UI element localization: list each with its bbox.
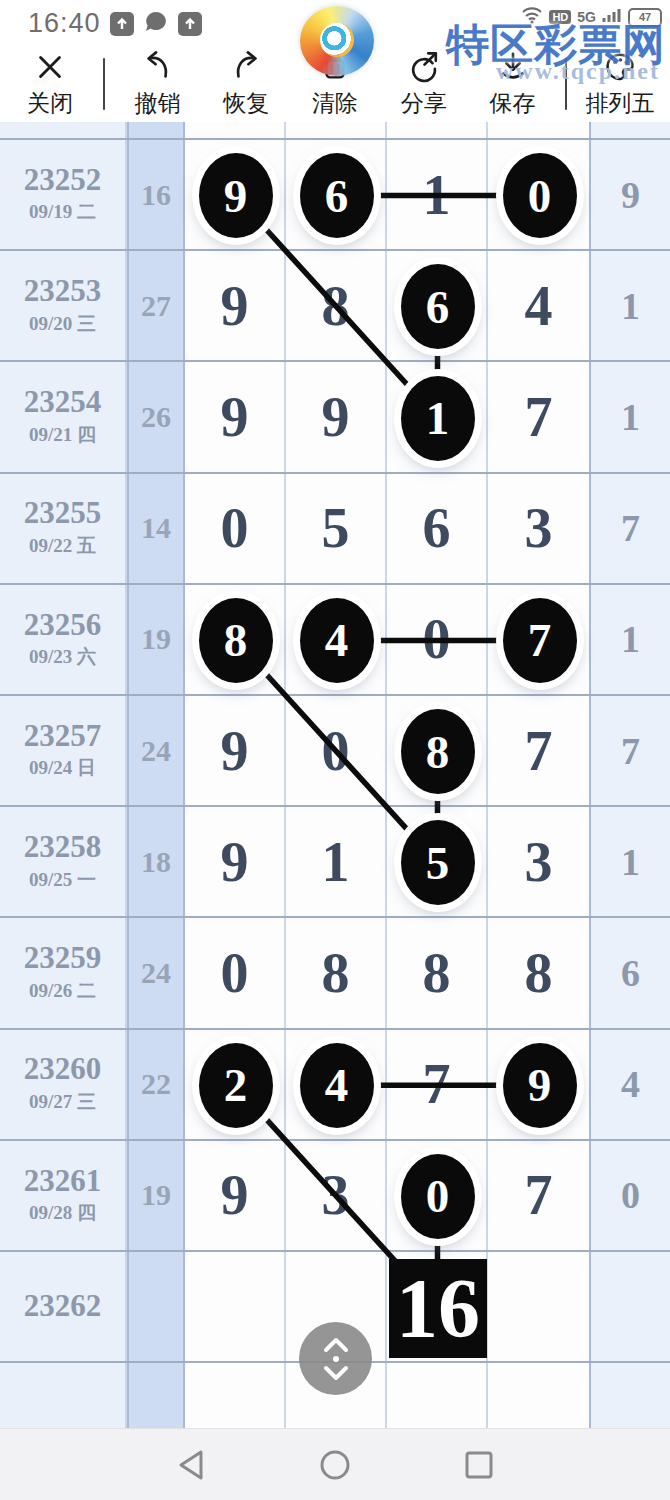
digit-value: 9: [221, 830, 249, 894]
digit-mark-circle[interactable]: 9: [199, 153, 273, 238]
digit-mark-circle[interactable]: 0: [401, 1154, 475, 1239]
digit-cell[interactable]: 1: [387, 140, 488, 249]
draw-date: 09/24 日: [29, 755, 96, 781]
fifth-digit-cell: [591, 122, 670, 138]
sum-cell: 22: [127, 1030, 185, 1139]
digit-cell[interactable]: [488, 122, 591, 138]
fifth-digit-value: 4: [621, 1062, 640, 1106]
digit-mark-circle[interactable]: 6: [401, 264, 475, 349]
sum-cell: 16: [127, 140, 185, 249]
marked-digit-value: 0: [426, 1169, 450, 1223]
scroll-stepper-button[interactable]: [299, 1322, 372, 1395]
issue-cell: 2325609/23 六: [0, 585, 127, 694]
undo-label: 撤销: [135, 88, 181, 119]
digit-cell[interactable]: 8: [488, 918, 591, 1027]
digit-cell[interactable]: 1: [286, 807, 387, 916]
sum-cell: 26: [127, 362, 185, 471]
digit-cell[interactable]: 4: [488, 251, 591, 360]
fifth-digit-value: 7: [621, 506, 640, 550]
issue-number: 23261: [24, 1165, 102, 1198]
issue-cell: 2325409/21 四: [0, 362, 127, 471]
digit-value: 9: [322, 385, 350, 449]
trash-icon: [318, 50, 352, 84]
marked-digit-value: 6: [325, 169, 349, 223]
issue-cell: 2326009/27 三: [0, 1030, 127, 1139]
android-nav-bar: [0, 1428, 670, 1500]
hd-badge: HD: [549, 10, 571, 24]
digit-mark-circle[interactable]: 1: [401, 376, 475, 461]
digit-value: 8: [322, 941, 350, 1005]
sum-cell: [127, 122, 185, 138]
draw-row: 2325309/20 三279841: [0, 251, 670, 362]
sum-value: 24: [141, 956, 171, 990]
digit-value: 7: [525, 385, 553, 449]
issue-number: 23258: [24, 831, 102, 864]
issue-number: 23257: [24, 720, 102, 753]
draw-date: 09/22 五: [29, 533, 96, 559]
digit-value: 3: [525, 496, 553, 560]
battery-icon: 47: [628, 8, 662, 27]
sum-cell: 24: [127, 696, 185, 805]
marked-digit-value: 1: [426, 391, 450, 445]
sum-cell: 18: [127, 807, 185, 916]
share-label: 分享: [401, 88, 447, 119]
digit-value: 9: [221, 274, 249, 338]
issue-cell: 23262: [0, 1252, 127, 1361]
marked-digit-value: 2: [224, 1058, 248, 1112]
digit-mark-circle[interactable]: 5: [401, 820, 475, 905]
digit-value: 9: [221, 1163, 249, 1227]
draw-date: 09/23 六: [29, 644, 96, 670]
issue-number: 23259: [24, 942, 102, 975]
digit-mark-circle[interactable]: 2: [199, 1043, 273, 1128]
digit-value: 0: [221, 941, 249, 1005]
digit-value: 8: [322, 274, 350, 338]
save-icon: [496, 50, 530, 84]
fifth-digit-cell: 7: [591, 474, 670, 583]
marked-digit-value: 8: [224, 613, 248, 667]
marked-digit-value: 7: [528, 613, 552, 667]
close-button[interactable]: 关闭: [14, 50, 86, 119]
status-left: 16:40: [28, 8, 202, 39]
issue-cell: 2325809/25 一: [0, 807, 127, 916]
draw-date: 09/19 二: [29, 199, 96, 225]
clock-time: 16:40: [28, 8, 101, 39]
nav-back-button[interactable]: [174, 1448, 208, 1482]
fifth-digit-cell: 1: [591, 807, 670, 916]
fifth-digit-cell: [591, 1252, 670, 1361]
sum-cell: 19: [127, 1141, 185, 1250]
share-icon: [407, 50, 441, 84]
fifth-digit-cell: 1: [591, 362, 670, 471]
digit-value: 6: [423, 496, 451, 560]
draw-row: 2325909/26 二2408886: [0, 918, 670, 1029]
draw-date: 09/27 三: [29, 1089, 96, 1115]
digit-value: 1: [322, 830, 350, 894]
digit-cell[interactable]: 0: [185, 474, 286, 583]
digit-cell[interactable]: 9: [286, 362, 387, 471]
digit-value: 3: [322, 1163, 350, 1227]
digit-cell[interactable]: 3: [488, 474, 591, 583]
sum-value: 16: [141, 178, 171, 212]
draw-row: 2325509/22 五1405637: [0, 474, 670, 585]
draw-date: 09/21 四: [29, 422, 96, 448]
issue-cell: 2325309/20 三: [0, 251, 127, 360]
share-button[interactable]: 分享: [388, 50, 460, 119]
home-circle-icon: [318, 1448, 352, 1482]
sum-cell: 27: [127, 251, 185, 360]
signal-icon: [602, 7, 622, 27]
sum-cell: 14: [127, 474, 185, 583]
draw-row: [0, 122, 670, 140]
digit-value: 4: [525, 274, 553, 338]
redo-button[interactable]: 恢复: [210, 50, 282, 119]
marked-digit-value: 4: [325, 613, 349, 667]
digit-mark-circle[interactable]: 6: [300, 153, 374, 238]
toolbar-divider: [103, 58, 105, 110]
digit-value: 0: [221, 496, 249, 560]
prediction-cell[interactable]: 16: [389, 1259, 487, 1358]
fifth-digit-cell: 0: [591, 1141, 670, 1250]
digit-mark-circle[interactable]: 9: [503, 1043, 577, 1128]
digit-cell[interactable]: 9: [185, 251, 286, 360]
digit-cell[interactable]: [387, 122, 488, 138]
fifth-digit-cell: 6: [591, 918, 670, 1027]
digit-cell[interactable]: [185, 1363, 286, 1428]
draw-date: 09/26 二: [29, 978, 96, 1004]
fifth-digit-cell: 7: [591, 696, 670, 805]
clear-label: 清除: [312, 88, 358, 119]
up-down-chevrons-icon: [314, 1332, 358, 1386]
marked-digit-value: 5: [426, 836, 450, 890]
game-select-button[interactable]: 排列五: [584, 50, 656, 119]
digit-value: 8: [525, 941, 553, 1005]
digit-cell[interactable]: 7: [488, 1141, 591, 1250]
fifth-digit-value: 6: [621, 951, 640, 995]
close-label: 关闭: [27, 88, 73, 119]
marked-digit-value: 9: [528, 1058, 552, 1112]
digit-cell[interactable]: 9: [185, 696, 286, 805]
digit-value: 0: [423, 607, 451, 671]
redo-label: 恢复: [223, 88, 269, 119]
digit-cell[interactable]: 0: [387, 585, 488, 694]
status-bar: 16:40 HD 5G 47: [0, 0, 670, 46]
issue-number: 23254: [24, 386, 102, 419]
message-bubble-icon: [143, 10, 169, 38]
digit-mark-circle[interactable]: 8: [199, 598, 273, 683]
sum-cell: [127, 1363, 185, 1428]
digit-value: 7: [525, 719, 553, 783]
undo-icon: [141, 50, 175, 84]
digit-cell[interactable]: [488, 1363, 591, 1428]
fifth-digit-value: 1: [621, 840, 640, 884]
digit-cell[interactable]: 7: [488, 696, 591, 805]
digit-value: 0: [322, 719, 350, 783]
fifth-digit-value: 0: [621, 1173, 640, 1217]
toolbar-divider-2: [565, 58, 567, 110]
undo-button[interactable]: 撤销: [122, 50, 194, 119]
issue-cell: [0, 1363, 127, 1428]
digit-mark-circle[interactable]: 4: [300, 1043, 374, 1128]
digit-cell[interactable]: 9: [185, 362, 286, 471]
upload-icon-2: [178, 12, 202, 36]
marked-digit-value: 8: [426, 725, 450, 779]
digit-cell[interactable]: 8: [286, 918, 387, 1027]
digit-cell[interactable]: 0: [286, 696, 387, 805]
digit-value: 9: [221, 719, 249, 783]
close-icon: [33, 50, 67, 84]
draw-date: 09/25 一: [29, 867, 96, 893]
sum-value: 19: [141, 1178, 171, 1212]
digit-value: 5: [322, 496, 350, 560]
nav-home-button[interactable]: [318, 1448, 352, 1482]
palette-icon: [603, 50, 637, 84]
prediction-value: 16: [396, 1267, 480, 1351]
redo-icon: [229, 50, 263, 84]
fifth-digit-value: 1: [621, 395, 640, 439]
draw-row: 2325809/25 一189131: [0, 807, 670, 918]
issue-number: 23255: [24, 497, 102, 530]
wifi-icon: [521, 6, 543, 28]
nav-recents-button[interactable]: [462, 1448, 496, 1482]
game-name-label: 排列五: [586, 88, 655, 119]
clear-button[interactable]: 清除: [299, 50, 371, 119]
digit-cell[interactable]: [286, 122, 387, 138]
app-screen: 2325209/19 二16192325309/20 三279841232540…: [0, 0, 670, 1500]
issue-number: 23260: [24, 1053, 102, 1086]
issue-cell: 2325909/26 二: [0, 918, 127, 1027]
fifth-digit-value: 1: [621, 617, 640, 661]
issue-number: 23262: [24, 1290, 102, 1323]
sum-value: 18: [141, 845, 171, 879]
digit-cell[interactable]: 0: [185, 918, 286, 1027]
sum-cell: 19: [127, 585, 185, 694]
digit-cell[interactable]: 8: [286, 251, 387, 360]
marked-digit-value: 4: [325, 1058, 349, 1112]
status-right: HD 5G 47: [521, 6, 662, 28]
issue-cell: 2325709/24 日: [0, 696, 127, 805]
digit-value: 7: [525, 1163, 553, 1227]
draw-row: 2325709/24 日249077: [0, 696, 670, 807]
marked-digit-value: 0: [528, 169, 552, 223]
digit-cell[interactable]: 3: [488, 807, 591, 916]
issue-cell: 2326109/28 四: [0, 1141, 127, 1250]
digit-mark-circle[interactable]: 8: [401, 709, 475, 794]
digit-value: 3: [525, 830, 553, 894]
digit-cell[interactable]: 6: [387, 474, 488, 583]
digit-value: 7: [423, 1052, 451, 1116]
sum-cell: 24: [127, 918, 185, 1027]
issue-cell: 2325209/19 二: [0, 140, 127, 249]
sum-value: 19: [141, 622, 171, 656]
draw-row: 2326109/28 四199370: [0, 1141, 670, 1252]
recents-square-icon: [463, 1449, 495, 1481]
digit-cell[interactable]: 7: [488, 362, 591, 471]
draw-date: 09/20 三: [29, 311, 96, 337]
network-type: 5G: [577, 9, 596, 25]
digit-cell[interactable]: 8: [387, 918, 488, 1027]
issue-cell: [0, 122, 127, 138]
save-label: 保存: [490, 88, 536, 119]
issue-number: 23253: [24, 275, 102, 308]
digit-value: 1: [423, 163, 451, 227]
marked-digit-value: 6: [426, 280, 450, 334]
issue-cell: 2325509/22 五: [0, 474, 127, 583]
fifth-digit-cell: 1: [591, 585, 670, 694]
digit-value: 9: [221, 385, 249, 449]
draw-row: 2325409/21 四269971: [0, 362, 670, 473]
sum-cell: [127, 1252, 185, 1361]
sum-value: 27: [141, 289, 171, 323]
digit-value: 8: [423, 941, 451, 1005]
digit-cell[interactable]: 9: [185, 1141, 286, 1250]
digit-cell[interactable]: 9: [185, 807, 286, 916]
digit-cell[interactable]: 7: [387, 1030, 488, 1139]
draw-date: 09/28 四: [29, 1200, 96, 1226]
digit-cell[interactable]: [185, 122, 286, 138]
marked-digit-value: 9: [224, 169, 248, 223]
fifth-digit-cell: 4: [591, 1030, 670, 1139]
digit-cell[interactable]: 5: [286, 474, 387, 583]
issue-number: 23252: [24, 164, 102, 197]
digit-mark-circle[interactable]: 0: [503, 153, 577, 238]
fifth-digit-cell: [591, 1363, 670, 1428]
toolbar: 关闭 撤销 恢复 清除 分享: [0, 46, 670, 122]
sum-value: 14: [141, 511, 171, 545]
upload-icon: [110, 12, 134, 36]
digit-cell[interactable]: [488, 1252, 591, 1361]
digit-cell[interactable]: [387, 1363, 488, 1428]
trend-chart-table: 2325209/19 二16192325309/20 三279841232540…: [0, 0, 670, 1428]
fifth-digit-cell: 1: [591, 251, 670, 360]
digit-cell[interactable]: 3: [286, 1141, 387, 1250]
save-button[interactable]: 保存: [477, 50, 549, 119]
fifth-digit-cell: 9: [591, 140, 670, 249]
digit-cell[interactable]: [185, 1252, 286, 1361]
back-triangle-icon: [175, 1448, 207, 1482]
issue-number: 23256: [24, 609, 102, 642]
fifth-digit-value: 7: [621, 729, 640, 773]
fifth-digit-value: 9: [621, 173, 640, 217]
digit-mark-circle[interactable]: 7: [503, 598, 577, 683]
sum-value: 22: [141, 1067, 171, 1101]
fifth-digit-value: 1: [621, 284, 640, 328]
sum-value: 26: [141, 400, 171, 434]
digit-mark-circle[interactable]: 4: [300, 598, 374, 683]
sum-value: 24: [141, 734, 171, 768]
